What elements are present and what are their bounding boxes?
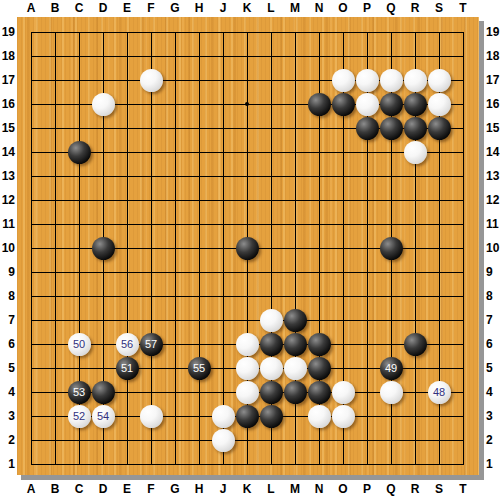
- stone-white-e6[interactable]: 56: [116, 333, 139, 356]
- stone-white-f3[interactable]: [140, 405, 163, 428]
- stone-black-l3[interactable]: [260, 405, 283, 428]
- stone-black-m6[interactable]: [284, 333, 307, 356]
- stone-black-m4[interactable]: [284, 381, 307, 404]
- coord-label-top: C: [67, 0, 91, 16]
- stone-black-s15[interactable]: [428, 117, 451, 140]
- stone-white-k4[interactable]: [236, 381, 259, 404]
- coord-label-top: H: [187, 0, 211, 16]
- coord-label-right: 5: [486, 356, 500, 380]
- coord-label-top: K: [235, 0, 259, 16]
- stone-black-n16[interactable]: [308, 93, 331, 116]
- coord-label-bottom: S: [427, 479, 451, 499]
- coord-label-bottom: E: [115, 479, 139, 499]
- stone-black-r6[interactable]: [404, 333, 427, 356]
- coord-label-top: G: [163, 0, 187, 16]
- stone-white-q4[interactable]: [380, 381, 403, 404]
- coord-label-top: J: [211, 0, 235, 16]
- coord-label-top: O: [331, 0, 355, 16]
- coord-label-bottom: D: [91, 479, 115, 499]
- coord-label-top: T: [451, 0, 475, 16]
- coord-label-left: 16: [0, 92, 15, 116]
- coord-label-bottom: M: [283, 479, 307, 499]
- stone-white-r17[interactable]: [404, 69, 427, 92]
- stone-white-c6[interactable]: 50: [68, 333, 91, 356]
- coord-label-right: 9: [486, 260, 500, 284]
- stone-black-n6[interactable]: [308, 333, 331, 356]
- coord-label-right: 12: [486, 188, 500, 212]
- coord-label-left: 11: [0, 212, 15, 236]
- coord-label-right: 18: [486, 44, 500, 68]
- coord-label-left: 17: [0, 68, 15, 92]
- stone-black-r15[interactable]: [404, 117, 427, 140]
- stone-white-o4[interactable]: [332, 381, 355, 404]
- coord-label-left: 12: [0, 188, 15, 212]
- coord-label-bottom: H: [187, 479, 211, 499]
- stone-black-f6[interactable]: 57: [140, 333, 163, 356]
- stone-white-p17[interactable]: [356, 69, 379, 92]
- stone-black-r16[interactable]: [404, 93, 427, 116]
- coord-label-bottom: A: [19, 479, 43, 499]
- coord-label-left: 8: [0, 284, 15, 308]
- stone-white-l5[interactable]: [260, 357, 283, 380]
- coord-label-top: D: [91, 0, 115, 16]
- stone-white-c3[interactable]: 52: [68, 405, 91, 428]
- coord-label-left: 3: [0, 404, 15, 428]
- coord-label-right: 6: [486, 332, 500, 356]
- stone-white-s17[interactable]: [428, 69, 451, 92]
- stone-white-r14[interactable]: [404, 141, 427, 164]
- coord-label-left: 5: [0, 356, 15, 380]
- coord-label-left: 10: [0, 236, 15, 260]
- coord-label-right: 14: [486, 140, 500, 164]
- stone-black-q10[interactable]: [380, 237, 403, 260]
- coord-label-top: M: [283, 0, 307, 16]
- coord-label-right: 16: [486, 92, 500, 116]
- coord-label-left: 1: [0, 452, 15, 476]
- coord-label-right: 8: [486, 284, 500, 308]
- board-shadow-right: [479, 21, 484, 480]
- coord-label-left: 13: [0, 164, 15, 188]
- stone-black-d4[interactable]: [92, 381, 115, 404]
- coord-label-bottom: K: [235, 479, 259, 499]
- stone-white-p16[interactable]: [356, 93, 379, 116]
- coord-label-bottom: Q: [379, 479, 403, 499]
- coord-label-bottom: J: [211, 479, 235, 499]
- coord-label-bottom: F: [139, 479, 163, 499]
- stone-black-m7[interactable]: [284, 309, 307, 332]
- coord-label-left: 6: [0, 332, 15, 356]
- stone-black-q15[interactable]: [380, 117, 403, 140]
- coord-label-bottom: B: [43, 479, 67, 499]
- stone-white-s16[interactable]: [428, 93, 451, 116]
- coord-label-top: P: [355, 0, 379, 16]
- stone-black-q16[interactable]: [380, 93, 403, 116]
- stone-black-c4[interactable]: 53: [68, 381, 91, 404]
- coord-label-top: A: [19, 0, 43, 16]
- coord-label-top: S: [427, 0, 451, 16]
- coord-label-right: 2: [486, 428, 500, 452]
- stone-white-f17[interactable]: [140, 69, 163, 92]
- stone-white-m5[interactable]: [284, 357, 307, 380]
- coord-label-right: 1: [486, 452, 500, 476]
- stone-black-d10[interactable]: [92, 237, 115, 260]
- coord-label-top: L: [259, 0, 283, 16]
- coord-label-right: 11: [486, 212, 500, 236]
- stone-white-s4[interactable]: 48: [428, 381, 451, 404]
- coord-label-top: R: [403, 0, 427, 16]
- stone-black-k10[interactable]: [236, 237, 259, 260]
- coord-label-top: E: [115, 0, 139, 16]
- coord-label-bottom: R: [403, 479, 427, 499]
- stone-black-e5[interactable]: 51: [116, 357, 139, 380]
- stone-black-l4[interactable]: [260, 381, 283, 404]
- coord-label-bottom: T: [451, 479, 475, 499]
- coord-label-right: 3: [486, 404, 500, 428]
- stone-white-d3[interactable]: 54: [92, 405, 115, 428]
- coord-label-top: Q: [379, 0, 403, 16]
- coord-label-bottom: N: [307, 479, 331, 499]
- coord-label-right: 13: [486, 164, 500, 188]
- coord-label-left: 14: [0, 140, 15, 164]
- stone-black-q5[interactable]: 49: [380, 357, 403, 380]
- stone-black-n4[interactable]: [308, 381, 331, 404]
- board-grid[interactable]: 50565751554953485254: [19, 20, 475, 476]
- stone-black-k3[interactable]: [236, 405, 259, 428]
- coord-label-left: 18: [0, 44, 15, 68]
- coord-label-right: 4: [486, 380, 500, 404]
- stone-white-l7[interactable]: [260, 309, 283, 332]
- stone-white-n3[interactable]: [308, 405, 331, 428]
- coord-label-bottom: C: [67, 479, 91, 499]
- stone-white-k6[interactable]: [236, 333, 259, 356]
- coord-label-right: 10: [486, 236, 500, 260]
- coord-label-left: 19: [0, 20, 15, 44]
- stone-black-o16[interactable]: [332, 93, 355, 116]
- coord-label-bottom: L: [259, 479, 283, 499]
- stone-white-j2[interactable]: [212, 429, 235, 452]
- coord-label-left: 7: [0, 308, 15, 332]
- coord-label-left: 2: [0, 428, 15, 452]
- coord-label-right: 7: [486, 308, 500, 332]
- stone-white-k5[interactable]: [236, 357, 259, 380]
- coord-label-left: 9: [0, 260, 15, 284]
- coord-label-right: 15: [486, 116, 500, 140]
- coord-label-bottom: O: [331, 479, 355, 499]
- stone-black-l6[interactable]: [260, 333, 283, 356]
- stone-black-n5[interactable]: [308, 357, 331, 380]
- coord-label-top: N: [307, 0, 331, 16]
- coord-label-top: B: [43, 0, 67, 16]
- stone-white-q17[interactable]: [380, 69, 403, 92]
- coord-label-right: 19: [486, 20, 500, 44]
- coord-label-bottom: P: [355, 479, 379, 499]
- stone-white-d16[interactable]: [92, 93, 115, 116]
- star-point: [245, 102, 249, 106]
- stone-white-o17[interactable]: [332, 69, 355, 92]
- go-board-app: 50565751554953485254 AABBCCDDEEFFGGHHJJK…: [0, 0, 500, 500]
- stone-white-o3[interactable]: [332, 405, 355, 428]
- coord-label-bottom: G: [163, 479, 187, 499]
- coord-label-left: 15: [0, 116, 15, 140]
- coord-label-top: F: [139, 0, 163, 16]
- stone-black-c14[interactable]: [68, 141, 91, 164]
- stone-black-h5[interactable]: 55: [188, 357, 211, 380]
- coord-label-right: 17: [486, 68, 500, 92]
- coord-label-left: 4: [0, 380, 15, 404]
- stone-black-p15[interactable]: [356, 117, 379, 140]
- stone-white-j3[interactable]: [212, 405, 235, 428]
